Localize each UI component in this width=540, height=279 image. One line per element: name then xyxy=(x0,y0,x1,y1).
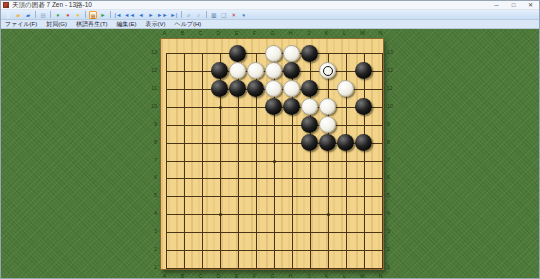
white-stone-F12 xyxy=(247,62,264,79)
forward-10-button[interactable]: ►► xyxy=(157,11,168,19)
coord-right-number-12: 12 xyxy=(387,67,400,73)
coord-top-letter-A: A xyxy=(156,30,174,36)
coord-bottom-letter-E: E xyxy=(228,273,246,279)
black-stone-E13 xyxy=(229,45,246,62)
black-stone-J13 xyxy=(301,45,318,62)
coord-top-letter-L: L xyxy=(336,30,354,36)
coord-bottom-letter-H: H xyxy=(282,273,300,279)
coord-right-number-7: 7 xyxy=(387,157,400,163)
black-stone-H10 xyxy=(283,98,300,115)
black-stone-M10 xyxy=(355,98,372,115)
coord-bottom-letter-F: F xyxy=(246,273,264,279)
toolbar-separator xyxy=(85,11,86,18)
new-file-button[interactable]: ▯ xyxy=(4,11,12,19)
play-area: AABBCCDDEEFFGGHHJJKKLLMMNN13131212111110… xyxy=(1,29,539,278)
forward-button[interactable]: ► xyxy=(147,11,155,19)
toolbar-separator xyxy=(181,11,182,18)
coord-left-number-3: 3 xyxy=(144,228,157,234)
white-stone-K10 xyxy=(319,98,336,115)
delete-button[interactable]: ✕ xyxy=(230,11,238,19)
black-stone-J8 xyxy=(301,134,318,151)
black-stone-K8 xyxy=(319,134,336,151)
info-button[interactable]: ● xyxy=(240,11,248,19)
coord-top-letter-D: D xyxy=(210,30,228,36)
black-stone-G10 xyxy=(265,98,282,115)
coord-left-number-12: 12 xyxy=(144,67,157,73)
menu-item-5[interactable]: ヘルプ(H) xyxy=(175,20,202,28)
coord-top-letter-H: H xyxy=(282,30,300,36)
toolbar: ▯▰▰▤●●●▦►|◄◄◄◄►►►►|⌕⌕▥❑✕● xyxy=(1,10,539,20)
maximize-button[interactable]: □ xyxy=(505,1,522,9)
black-stone-E11 xyxy=(229,80,246,97)
coord-bottom-letter-B: B xyxy=(174,273,192,279)
zoom-in-button[interactable]: ⌕ xyxy=(185,11,193,19)
white-stone-K12 xyxy=(319,62,336,79)
coord-left-number-2: 2 xyxy=(144,246,157,252)
coord-right-number-8: 8 xyxy=(387,139,400,145)
coord-right-number-9: 9 xyxy=(387,121,400,127)
coord-right-number-5: 5 xyxy=(387,192,400,198)
go-to-start-button[interactable]: |◄ xyxy=(114,11,122,19)
coord-top-letter-G: G xyxy=(264,30,282,36)
menu-bar: ファイル(F)対局(G)棋譜再生(T)編集(E)表示(V)ヘルプ(H) xyxy=(1,20,539,29)
grid-line-horizontal xyxy=(166,232,383,233)
coord-bottom-letter-N: N xyxy=(372,273,390,279)
coord-bottom-letter-A: A xyxy=(156,273,174,279)
coord-top-letter-M: M xyxy=(354,30,372,36)
coord-right-number-11: 11 xyxy=(387,85,400,91)
analysis-button[interactable]: ▥ xyxy=(210,11,218,19)
close-button[interactable]: ✕ xyxy=(522,1,539,9)
coord-bottom-letter-G: G xyxy=(264,273,282,279)
menu-item-1[interactable]: 対局(G) xyxy=(46,20,67,28)
stone-mode-toggle[interactable]: ▦ xyxy=(89,11,97,19)
toolbar-separator xyxy=(206,11,207,18)
coord-left-number-9: 9 xyxy=(144,121,157,127)
pass-button[interactable]: ● xyxy=(54,11,62,19)
coord-top-letter-B: B xyxy=(174,30,192,36)
menu-item-0[interactable]: ファイル(F) xyxy=(5,20,37,28)
back-button[interactable]: ◄ xyxy=(137,11,145,19)
coord-top-letter-E: E xyxy=(228,30,246,36)
back-10-button[interactable]: ◄◄ xyxy=(124,11,135,19)
coord-bottom-letter-L: L xyxy=(336,273,354,279)
last-move-marker xyxy=(323,66,333,76)
coord-left-number-13: 13 xyxy=(144,49,157,55)
coord-right-number-13: 13 xyxy=(387,49,400,55)
black-stone-J9 xyxy=(301,116,318,133)
go-board[interactable] xyxy=(160,38,384,270)
zoom-out-button[interactable]: ⌕ xyxy=(195,11,203,19)
window-title: 天頂の囲碁 7 Zen - 13路-10 xyxy=(12,1,92,9)
white-stone-G12 xyxy=(265,62,282,79)
white-stone-K9 xyxy=(319,116,336,133)
coord-left-number-7: 7 xyxy=(144,157,157,163)
black-stone-D11 xyxy=(211,80,228,97)
white-stone-J10 xyxy=(301,98,318,115)
coord-right-number-10: 10 xyxy=(387,103,400,109)
go-to-end-button[interactable]: ►| xyxy=(170,11,178,19)
app-icon xyxy=(3,2,9,8)
app-window: 天頂の囲碁 7 Zen - 13路-10 ─□✕ ▯▰▰▤●●●▦►|◄◄◄◄►… xyxy=(0,0,540,279)
grid-line-horizontal xyxy=(166,268,383,269)
black-stone-L8 xyxy=(337,134,354,151)
coord-bottom-letter-D: D xyxy=(210,273,228,279)
open-file-button[interactable]: ▰ xyxy=(14,11,22,19)
star-point xyxy=(327,213,330,216)
white-stone-G13 xyxy=(265,45,282,62)
star-point xyxy=(219,213,222,216)
toolbar-separator xyxy=(35,11,36,18)
play-button[interactable]: ► xyxy=(99,11,107,19)
star-point xyxy=(273,160,276,163)
coord-bottom-letter-K: K xyxy=(318,273,336,279)
grid-line-vertical xyxy=(364,53,365,269)
coord-right-number-4: 4 xyxy=(387,210,400,216)
title-bar: 天頂の囲碁 7 Zen - 13路-10 ─□✕ xyxy=(1,1,539,10)
black-stone-J11 xyxy=(301,80,318,97)
coord-left-number-4: 4 xyxy=(144,210,157,216)
undo-move-button[interactable]: ● xyxy=(64,11,72,19)
black-stone-M8 xyxy=(355,134,372,151)
white-stone-L11 xyxy=(337,80,354,97)
black-stone-H12 xyxy=(283,62,300,79)
coord-left-number-1: 1 xyxy=(144,264,157,270)
grid-line-vertical xyxy=(382,53,383,269)
menu-item-2[interactable]: 棋譜再生(T) xyxy=(76,20,108,28)
coord-left-number-5: 5 xyxy=(144,192,157,198)
star-point xyxy=(219,106,222,109)
coord-top-letter-F: F xyxy=(246,30,264,36)
white-stone-G11 xyxy=(265,80,282,97)
coord-left-number-10: 10 xyxy=(144,103,157,109)
coord-right-number-2: 2 xyxy=(387,246,400,252)
black-stone-F11 xyxy=(247,80,264,97)
grid-line-horizontal xyxy=(166,178,383,179)
comment-button[interactable]: ❑ xyxy=(220,11,228,19)
hint-button[interactable]: ● xyxy=(74,11,82,19)
toolbar-separator xyxy=(50,11,51,18)
grid-line-vertical xyxy=(328,53,329,269)
coord-right-number-3: 3 xyxy=(387,228,400,234)
coord-left-number-6: 6 xyxy=(144,174,157,180)
coord-right-number-1: 1 xyxy=(387,264,400,270)
coord-top-letter-J: J xyxy=(300,30,318,36)
black-stone-D12 xyxy=(211,62,228,79)
coord-bottom-letter-M: M xyxy=(354,273,372,279)
coord-top-letter-K: K xyxy=(318,30,336,36)
grid-line-horizontal xyxy=(166,250,383,251)
print-button[interactable]: ▤ xyxy=(39,11,47,19)
white-stone-E12 xyxy=(229,62,246,79)
coord-left-number-11: 11 xyxy=(144,85,157,91)
white-stone-H13 xyxy=(283,45,300,62)
coord-top-letter-N: N xyxy=(372,30,390,36)
window-controls: ─□✕ xyxy=(488,1,539,9)
save-button[interactable]: ▰ xyxy=(24,11,32,19)
grid-line-horizontal xyxy=(166,196,383,197)
coord-bottom-letter-C: C xyxy=(192,273,210,279)
black-stone-M12 xyxy=(355,62,372,79)
menu-item-4[interactable]: 表示(V) xyxy=(146,20,166,28)
toolbar-separator xyxy=(110,11,111,18)
white-stone-H11 xyxy=(283,80,300,97)
minimize-button[interactable]: ─ xyxy=(488,1,505,9)
coord-left-number-8: 8 xyxy=(144,139,157,145)
coord-top-letter-C: C xyxy=(192,30,210,36)
grid-line-horizontal xyxy=(166,214,383,215)
menu-item-3[interactable]: 編集(E) xyxy=(117,20,137,28)
coord-bottom-letter-J: J xyxy=(300,273,318,279)
coord-right-number-6: 6 xyxy=(387,174,400,180)
